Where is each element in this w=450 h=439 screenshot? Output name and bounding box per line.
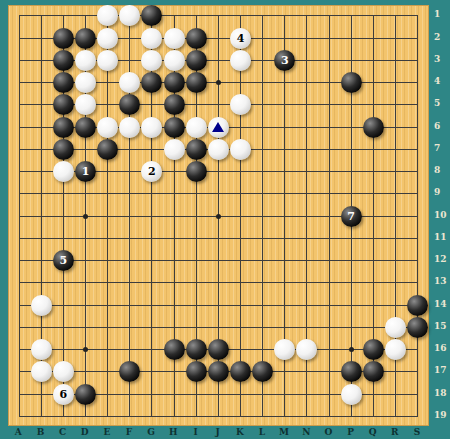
intersection-P7[interactable] (340, 138, 362, 160)
intersection-N7[interactable] (296, 138, 318, 160)
intersection-H6[interactable] (163, 116, 185, 138)
intersection-D5[interactable] (74, 94, 96, 116)
intersection-Q12[interactable] (362, 250, 384, 272)
intersection-I13[interactable] (185, 272, 207, 294)
intersection-C8[interactable] (52, 161, 74, 183)
intersection-B19[interactable] (30, 405, 52, 427)
intersection-J14[interactable] (207, 294, 229, 316)
intersection-R14[interactable] (384, 294, 406, 316)
intersection-B16[interactable] (30, 339, 52, 361)
intersection-S1[interactable] (407, 5, 429, 27)
intersection-P2[interactable] (340, 27, 362, 49)
intersection-B4[interactable] (30, 72, 52, 94)
intersection-J9[interactable] (207, 183, 229, 205)
intersection-D6[interactable] (74, 116, 96, 138)
intersection-Q7[interactable] (362, 138, 384, 160)
intersection-I19[interactable] (185, 405, 207, 427)
intersection-S19[interactable] (407, 405, 429, 427)
intersection-R16[interactable] (384, 339, 406, 361)
intersection-P17[interactable] (340, 361, 362, 383)
intersection-M11[interactable] (274, 227, 296, 249)
intersection-J13[interactable] (207, 272, 229, 294)
intersection-E15[interactable] (97, 316, 119, 338)
intersection-A17[interactable] (8, 361, 30, 383)
intersection-F11[interactable] (119, 227, 141, 249)
intersection-K5[interactable] (229, 94, 251, 116)
intersection-E10[interactable] (97, 205, 119, 227)
intersection-H15[interactable] (163, 316, 185, 338)
intersection-F18[interactable] (119, 383, 141, 405)
intersection-S17[interactable] (407, 361, 429, 383)
intersection-Q9[interactable] (362, 183, 384, 205)
intersection-A19[interactable] (8, 405, 30, 427)
intersection-G17[interactable] (141, 361, 163, 383)
intersection-O15[interactable] (318, 316, 340, 338)
intersection-G13[interactable] (141, 272, 163, 294)
intersection-R6[interactable] (384, 116, 406, 138)
intersection-K3[interactable] (229, 49, 251, 71)
intersection-L6[interactable] (252, 116, 274, 138)
intersection-F3[interactable] (119, 49, 141, 71)
intersection-L16[interactable] (252, 339, 274, 361)
intersection-M8[interactable] (274, 161, 296, 183)
intersection-M7[interactable] (274, 138, 296, 160)
intersection-O18[interactable] (318, 383, 340, 405)
intersection-P4[interactable] (340, 72, 362, 94)
intersection-H19[interactable] (163, 405, 185, 427)
intersection-B7[interactable] (30, 138, 52, 160)
intersection-R19[interactable] (384, 405, 406, 427)
intersection-G18[interactable] (141, 383, 163, 405)
intersection-I10[interactable] (185, 205, 207, 227)
intersection-R1[interactable] (384, 5, 406, 27)
intersection-I1[interactable] (185, 5, 207, 27)
intersection-L3[interactable] (252, 49, 274, 71)
intersection-F15[interactable] (119, 316, 141, 338)
intersection-E16[interactable] (97, 339, 119, 361)
intersection-K19[interactable] (229, 405, 251, 427)
intersection-B6[interactable] (30, 116, 52, 138)
intersection-H11[interactable] (163, 227, 185, 249)
intersection-S6[interactable] (407, 116, 429, 138)
intersection-P18[interactable] (340, 383, 362, 405)
intersection-P13[interactable] (340, 272, 362, 294)
intersection-O17[interactable] (318, 361, 340, 383)
intersection-K14[interactable] (229, 294, 251, 316)
intersection-A7[interactable] (8, 138, 30, 160)
intersection-Q8[interactable] (362, 161, 384, 183)
intersection-F5[interactable] (119, 94, 141, 116)
intersection-O7[interactable] (318, 138, 340, 160)
intersection-I2[interactable] (185, 27, 207, 49)
intersection-Q2[interactable] (362, 27, 384, 49)
intersection-G12[interactable] (141, 250, 163, 272)
intersection-A5[interactable] (8, 94, 30, 116)
intersection-C11[interactable] (52, 227, 74, 249)
intersection-O4[interactable] (318, 72, 340, 94)
intersection-Q15[interactable] (362, 316, 384, 338)
intersection-H18[interactable] (163, 383, 185, 405)
intersection-J1[interactable] (207, 5, 229, 27)
intersection-C15[interactable] (52, 316, 74, 338)
intersection-S7[interactable] (407, 138, 429, 160)
intersection-I16[interactable] (185, 339, 207, 361)
intersection-K13[interactable] (229, 272, 251, 294)
intersection-D7[interactable] (74, 138, 96, 160)
intersection-J12[interactable] (207, 250, 229, 272)
intersection-G11[interactable] (141, 227, 163, 249)
intersection-Q16[interactable] (362, 339, 384, 361)
intersection-O13[interactable] (318, 272, 340, 294)
intersection-J6[interactable] (207, 116, 229, 138)
intersection-F8[interactable] (119, 161, 141, 183)
intersection-Q6[interactable] (362, 116, 384, 138)
intersection-J2[interactable] (207, 27, 229, 49)
intersection-F17[interactable] (119, 361, 141, 383)
intersection-K11[interactable] (229, 227, 251, 249)
intersection-J11[interactable] (207, 227, 229, 249)
intersection-K8[interactable] (229, 161, 251, 183)
intersection-J3[interactable] (207, 49, 229, 71)
intersection-H4[interactable] (163, 72, 185, 94)
intersection-Q14[interactable] (362, 294, 384, 316)
intersection-C13[interactable] (52, 272, 74, 294)
intersection-F10[interactable] (119, 205, 141, 227)
intersection-E9[interactable] (97, 183, 119, 205)
intersection-B1[interactable] (30, 5, 52, 27)
intersection-J18[interactable] (207, 383, 229, 405)
intersection-K9[interactable] (229, 183, 251, 205)
intersection-N16[interactable] (296, 339, 318, 361)
intersection-B9[interactable] (30, 183, 52, 205)
intersection-J4[interactable] (207, 72, 229, 94)
intersection-C2[interactable] (52, 27, 74, 49)
intersection-N2[interactable] (296, 27, 318, 49)
intersection-K7[interactable] (229, 138, 251, 160)
intersection-L19[interactable] (252, 405, 274, 427)
intersection-K10[interactable] (229, 205, 251, 227)
intersection-L13[interactable] (252, 272, 274, 294)
intersection-P12[interactable] (340, 250, 362, 272)
intersection-F6[interactable] (119, 116, 141, 138)
intersection-H3[interactable] (163, 49, 185, 71)
intersection-E3[interactable] (97, 49, 119, 71)
intersection-D19[interactable] (74, 405, 96, 427)
intersection-I14[interactable] (185, 294, 207, 316)
intersection-F13[interactable] (119, 272, 141, 294)
intersection-N13[interactable] (296, 272, 318, 294)
intersection-H17[interactable] (163, 361, 185, 383)
intersection-F7[interactable] (119, 138, 141, 160)
intersection-O2[interactable] (318, 27, 340, 49)
intersection-H8[interactable] (163, 161, 185, 183)
intersection-L4[interactable] (252, 72, 274, 94)
intersection-P5[interactable] (340, 94, 362, 116)
intersection-O6[interactable] (318, 116, 340, 138)
intersection-Q5[interactable] (362, 94, 384, 116)
intersection-D11[interactable] (74, 227, 96, 249)
intersection-N15[interactable] (296, 316, 318, 338)
intersection-S10[interactable] (407, 205, 429, 227)
intersection-P3[interactable] (340, 49, 362, 71)
intersection-D9[interactable] (74, 183, 96, 205)
intersection-M14[interactable] (274, 294, 296, 316)
intersection-O19[interactable] (318, 405, 340, 427)
intersection-N1[interactable] (296, 5, 318, 27)
intersection-H1[interactable] (163, 5, 185, 27)
intersection-M15[interactable] (274, 316, 296, 338)
intersection-A4[interactable] (8, 72, 30, 94)
intersection-C4[interactable] (52, 72, 74, 94)
intersection-H12[interactable] (163, 250, 185, 272)
intersection-N14[interactable] (296, 294, 318, 316)
intersection-O14[interactable] (318, 294, 340, 316)
intersection-K17[interactable] (229, 361, 251, 383)
intersection-B18[interactable] (30, 383, 52, 405)
intersection-P10[interactable]: 7 (340, 205, 362, 227)
intersection-J15[interactable] (207, 316, 229, 338)
intersection-J19[interactable] (207, 405, 229, 427)
intersection-L8[interactable] (252, 161, 274, 183)
intersection-I6[interactable] (185, 116, 207, 138)
intersection-G4[interactable] (141, 72, 163, 94)
intersection-J8[interactable] (207, 161, 229, 183)
intersection-M9[interactable] (274, 183, 296, 205)
intersection-P11[interactable] (340, 227, 362, 249)
intersection-C9[interactable] (52, 183, 74, 205)
intersection-S14[interactable] (407, 294, 429, 316)
intersection-N19[interactable] (296, 405, 318, 427)
intersection-A12[interactable] (8, 250, 30, 272)
intersection-M12[interactable] (274, 250, 296, 272)
intersection-R4[interactable] (384, 72, 406, 94)
intersection-P1[interactable] (340, 5, 362, 27)
intersection-E18[interactable] (97, 383, 119, 405)
intersection-I18[interactable] (185, 383, 207, 405)
intersection-S2[interactable] (407, 27, 429, 49)
intersection-I12[interactable] (185, 250, 207, 272)
intersection-K1[interactable] (229, 5, 251, 27)
intersection-H16[interactable] (163, 339, 185, 361)
intersection-S11[interactable] (407, 227, 429, 249)
intersection-D4[interactable] (74, 72, 96, 94)
intersection-Q10[interactable] (362, 205, 384, 227)
intersection-O5[interactable] (318, 94, 340, 116)
intersection-S12[interactable] (407, 250, 429, 272)
intersection-C10[interactable] (52, 205, 74, 227)
intersection-D12[interactable] (74, 250, 96, 272)
intersection-G1[interactable] (141, 5, 163, 27)
intersection-F2[interactable] (119, 27, 141, 49)
intersection-Q13[interactable] (362, 272, 384, 294)
intersection-M5[interactable] (274, 94, 296, 116)
intersection-L17[interactable] (252, 361, 274, 383)
intersection-N8[interactable] (296, 161, 318, 183)
intersection-O8[interactable] (318, 161, 340, 183)
intersection-A3[interactable] (8, 49, 30, 71)
intersection-C17[interactable] (52, 361, 74, 383)
intersection-D15[interactable] (74, 316, 96, 338)
intersection-D2[interactable] (74, 27, 96, 49)
intersection-F16[interactable] (119, 339, 141, 361)
intersection-L9[interactable] (252, 183, 274, 205)
intersection-L18[interactable] (252, 383, 274, 405)
intersection-P15[interactable] (340, 316, 362, 338)
intersection-A8[interactable] (8, 161, 30, 183)
intersection-G16[interactable] (141, 339, 163, 361)
intersection-H9[interactable] (163, 183, 185, 205)
intersection-G19[interactable] (141, 405, 163, 427)
intersection-K15[interactable] (229, 316, 251, 338)
intersection-K12[interactable] (229, 250, 251, 272)
intersection-B11[interactable] (30, 227, 52, 249)
intersection-O3[interactable] (318, 49, 340, 71)
intersection-R2[interactable] (384, 27, 406, 49)
intersection-H13[interactable] (163, 272, 185, 294)
intersection-N17[interactable] (296, 361, 318, 383)
intersection-G8[interactable]: 2 (141, 161, 163, 183)
intersection-D3[interactable] (74, 49, 96, 71)
intersection-R7[interactable] (384, 138, 406, 160)
intersection-E19[interactable] (97, 405, 119, 427)
intersection-H14[interactable] (163, 294, 185, 316)
intersection-N11[interactable] (296, 227, 318, 249)
intersection-D10[interactable] (74, 205, 96, 227)
intersection-N10[interactable] (296, 205, 318, 227)
intersection-P8[interactable] (340, 161, 362, 183)
intersection-C16[interactable] (52, 339, 74, 361)
intersection-G7[interactable] (141, 138, 163, 160)
intersection-F4[interactable] (119, 72, 141, 94)
intersection-B14[interactable] (30, 294, 52, 316)
intersection-E13[interactable] (97, 272, 119, 294)
intersection-E12[interactable] (97, 250, 119, 272)
intersection-E14[interactable] (97, 294, 119, 316)
intersection-F1[interactable] (119, 5, 141, 27)
intersection-M16[interactable] (274, 339, 296, 361)
intersection-E2[interactable] (97, 27, 119, 49)
intersection-F12[interactable] (119, 250, 141, 272)
intersection-D8[interactable]: 1 (74, 161, 96, 183)
intersection-M13[interactable] (274, 272, 296, 294)
intersection-M4[interactable] (274, 72, 296, 94)
intersection-E7[interactable] (97, 138, 119, 160)
intersection-B17[interactable] (30, 361, 52, 383)
intersection-S8[interactable] (407, 161, 429, 183)
intersection-A1[interactable] (8, 5, 30, 27)
intersection-R17[interactable] (384, 361, 406, 383)
intersection-I5[interactable] (185, 94, 207, 116)
intersection-C3[interactable] (52, 49, 74, 71)
intersection-R12[interactable] (384, 250, 406, 272)
intersection-G9[interactable] (141, 183, 163, 205)
intersection-E1[interactable] (97, 5, 119, 27)
intersection-Q17[interactable] (362, 361, 384, 383)
intersection-G3[interactable] (141, 49, 163, 71)
intersection-M18[interactable] (274, 383, 296, 405)
intersection-K16[interactable] (229, 339, 251, 361)
intersection-C5[interactable] (52, 94, 74, 116)
intersection-S18[interactable] (407, 383, 429, 405)
intersection-D18[interactable] (74, 383, 96, 405)
intersection-G14[interactable] (141, 294, 163, 316)
intersection-H7[interactable] (163, 138, 185, 160)
intersection-M1[interactable] (274, 5, 296, 27)
intersection-S15[interactable] (407, 316, 429, 338)
intersection-C14[interactable] (52, 294, 74, 316)
intersection-N4[interactable] (296, 72, 318, 94)
intersection-D1[interactable] (74, 5, 96, 27)
intersection-Q4[interactable] (362, 72, 384, 94)
intersection-L2[interactable] (252, 27, 274, 49)
intersection-A11[interactable] (8, 227, 30, 249)
intersection-R13[interactable] (384, 272, 406, 294)
intersection-P16[interactable] (340, 339, 362, 361)
intersection-D17[interactable] (74, 361, 96, 383)
intersection-H5[interactable] (163, 94, 185, 116)
intersection-I7[interactable] (185, 138, 207, 160)
intersection-B10[interactable] (30, 205, 52, 227)
intersection-E17[interactable] (97, 361, 119, 383)
intersection-S3[interactable] (407, 49, 429, 71)
intersection-N9[interactable] (296, 183, 318, 205)
intersection-D13[interactable] (74, 272, 96, 294)
intersection-J5[interactable] (207, 94, 229, 116)
intersection-P19[interactable] (340, 405, 362, 427)
intersection-M2[interactable] (274, 27, 296, 49)
intersection-N18[interactable] (296, 383, 318, 405)
intersection-S9[interactable] (407, 183, 429, 205)
intersection-J17[interactable] (207, 361, 229, 383)
intersection-R5[interactable] (384, 94, 406, 116)
intersection-O12[interactable] (318, 250, 340, 272)
intersection-I17[interactable] (185, 361, 207, 383)
intersection-Q3[interactable] (362, 49, 384, 71)
intersection-G6[interactable] (141, 116, 163, 138)
intersection-C7[interactable] (52, 138, 74, 160)
intersection-K2[interactable]: 4 (229, 27, 251, 49)
intersection-H2[interactable] (163, 27, 185, 49)
intersection-G2[interactable] (141, 27, 163, 49)
intersection-I15[interactable] (185, 316, 207, 338)
intersection-G10[interactable] (141, 205, 163, 227)
intersection-A9[interactable] (8, 183, 30, 205)
intersection-A6[interactable] (8, 116, 30, 138)
intersection-L10[interactable] (252, 205, 274, 227)
intersection-O9[interactable] (318, 183, 340, 205)
intersection-I8[interactable] (185, 161, 207, 183)
intersection-L5[interactable] (252, 94, 274, 116)
intersection-P6[interactable] (340, 116, 362, 138)
intersection-O11[interactable] (318, 227, 340, 249)
intersection-A14[interactable] (8, 294, 30, 316)
intersection-E4[interactable] (97, 72, 119, 94)
intersection-S5[interactable] (407, 94, 429, 116)
intersection-O16[interactable] (318, 339, 340, 361)
intersection-Q19[interactable] (362, 405, 384, 427)
intersection-D16[interactable] (74, 339, 96, 361)
intersection-E8[interactable] (97, 161, 119, 183)
intersection-M19[interactable] (274, 405, 296, 427)
intersection-G5[interactable] (141, 94, 163, 116)
intersection-I4[interactable] (185, 72, 207, 94)
intersection-B12[interactable] (30, 250, 52, 272)
intersection-M17[interactable] (274, 361, 296, 383)
intersection-R3[interactable] (384, 49, 406, 71)
intersection-S16[interactable] (407, 339, 429, 361)
intersection-N3[interactable] (296, 49, 318, 71)
intersection-B3[interactable] (30, 49, 52, 71)
